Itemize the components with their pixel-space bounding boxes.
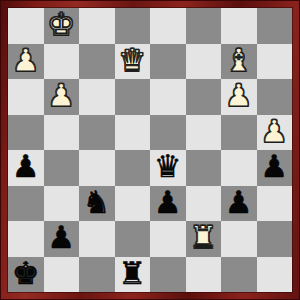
- square-g8[interactable]: [221, 8, 257, 44]
- white-pawn-piece: ♟: [47, 80, 75, 111]
- square-b2[interactable]: ♟: [44, 221, 80, 257]
- square-a6[interactable]: [8, 79, 44, 115]
- square-e3[interactable]: ♟: [150, 186, 186, 222]
- square-b3[interactable]: [44, 186, 80, 222]
- square-d2[interactable]: [115, 221, 151, 257]
- chess-board: ♚♟♛♝♟♟♟♟♛♟♞♟♟♟♜♚♜: [8, 8, 292, 292]
- square-a8[interactable]: [8, 8, 44, 44]
- square-b5[interactable]: [44, 115, 80, 151]
- square-b8[interactable]: ♚: [44, 8, 80, 44]
- square-f5[interactable]: [186, 115, 222, 151]
- square-f6[interactable]: [186, 79, 222, 115]
- square-d1[interactable]: ♜: [115, 257, 151, 293]
- square-f7[interactable]: [186, 44, 222, 80]
- square-g4[interactable]: [221, 150, 257, 186]
- square-e1[interactable]: [150, 257, 186, 293]
- square-h7[interactable]: [257, 44, 293, 80]
- square-a2[interactable]: [8, 221, 44, 257]
- square-f2[interactable]: ♜: [186, 221, 222, 257]
- square-c4[interactable]: [79, 150, 115, 186]
- square-f4[interactable]: [186, 150, 222, 186]
- square-h1[interactable]: [257, 257, 293, 293]
- white-pawn-piece: ♟: [225, 80, 253, 111]
- square-a1[interactable]: ♚: [8, 257, 44, 293]
- square-c5[interactable]: [79, 115, 115, 151]
- square-g2[interactable]: [221, 221, 257, 257]
- square-h8[interactable]: [257, 8, 293, 44]
- square-c7[interactable]: [79, 44, 115, 80]
- black-pawn-piece: ♟: [225, 187, 253, 218]
- square-g7[interactable]: ♝: [221, 44, 257, 80]
- black-pawn-piece: ♟: [260, 151, 288, 182]
- white-rook-piece: ♜: [189, 222, 217, 253]
- black-pawn-piece: ♟: [12, 151, 40, 182]
- square-d7[interactable]: ♛: [115, 44, 151, 80]
- square-e6[interactable]: [150, 79, 186, 115]
- square-a4[interactable]: ♟: [8, 150, 44, 186]
- square-b7[interactable]: [44, 44, 80, 80]
- square-e4[interactable]: ♛: [150, 150, 186, 186]
- square-h5[interactable]: ♟: [257, 115, 293, 151]
- black-queen-piece: ♛: [154, 151, 182, 182]
- square-h2[interactable]: [257, 221, 293, 257]
- square-a7[interactable]: ♟: [8, 44, 44, 80]
- black-knight-piece: ♞: [83, 187, 111, 218]
- square-g1[interactable]: [221, 257, 257, 293]
- white-queen-piece: ♛: [118, 45, 146, 76]
- square-c6[interactable]: [79, 79, 115, 115]
- square-h4[interactable]: ♟: [257, 150, 293, 186]
- white-pawn-piece: ♟: [260, 116, 288, 147]
- square-c8[interactable]: [79, 8, 115, 44]
- square-c2[interactable]: [79, 221, 115, 257]
- square-d8[interactable]: [115, 8, 151, 44]
- square-a3[interactable]: [8, 186, 44, 222]
- square-c3[interactable]: ♞: [79, 186, 115, 222]
- square-h6[interactable]: [257, 79, 293, 115]
- square-f1[interactable]: [186, 257, 222, 293]
- square-d6[interactable]: [115, 79, 151, 115]
- square-f3[interactable]: [186, 186, 222, 222]
- white-king-piece: ♚: [47, 9, 75, 40]
- square-e5[interactable]: [150, 115, 186, 151]
- black-pawn-piece: ♟: [47, 222, 75, 253]
- square-d5[interactable]: [115, 115, 151, 151]
- square-b1[interactable]: [44, 257, 80, 293]
- white-bishop-piece: ♝: [225, 45, 253, 76]
- square-g5[interactable]: [221, 115, 257, 151]
- square-d4[interactable]: [115, 150, 151, 186]
- white-pawn-piece: ♟: [12, 45, 40, 76]
- square-f8[interactable]: [186, 8, 222, 44]
- square-e7[interactable]: [150, 44, 186, 80]
- board-frame: ♚♟♛♝♟♟♟♟♛♟♞♟♟♟♜♚♜: [0, 0, 300, 300]
- square-b4[interactable]: [44, 150, 80, 186]
- square-g6[interactable]: ♟: [221, 79, 257, 115]
- square-d3[interactable]: [115, 186, 151, 222]
- black-pawn-piece: ♟: [154, 187, 182, 218]
- black-king-piece: ♚: [12, 258, 40, 289]
- square-b6[interactable]: ♟: [44, 79, 80, 115]
- square-a5[interactable]: [8, 115, 44, 151]
- square-g3[interactable]: ♟: [221, 186, 257, 222]
- square-c1[interactable]: [79, 257, 115, 293]
- square-e2[interactable]: [150, 221, 186, 257]
- square-e8[interactable]: [150, 8, 186, 44]
- square-h3[interactable]: [257, 186, 293, 222]
- black-rook-piece: ♜: [118, 258, 146, 289]
